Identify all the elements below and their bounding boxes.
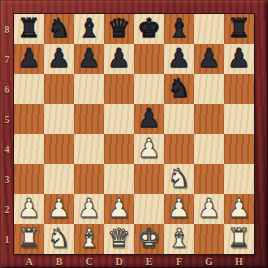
rank-label-4: 4 xyxy=(0,134,14,164)
square-b8[interactable]: ♞ xyxy=(44,14,74,44)
square-b2[interactable]: ♟ xyxy=(44,194,74,224)
square-d2[interactable]: ♟ xyxy=(104,194,134,224)
square-d5[interactable] xyxy=(104,104,134,134)
piece-white-bishop: ♝ xyxy=(167,225,190,251)
piece-white-pawn: ♟ xyxy=(197,195,220,221)
square-c3[interactable] xyxy=(74,164,104,194)
square-h4[interactable] xyxy=(224,134,254,164)
square-a6[interactable] xyxy=(14,74,44,104)
square-g1[interactable] xyxy=(194,224,224,254)
square-g2[interactable]: ♟ xyxy=(194,194,224,224)
square-d1[interactable]: ♛ xyxy=(104,224,134,254)
square-a7[interactable]: ♟ xyxy=(14,44,44,74)
square-f6[interactable]: ♞ xyxy=(164,74,194,104)
file-label-f: F xyxy=(164,254,194,268)
square-b4[interactable] xyxy=(44,134,74,164)
square-g8[interactable] xyxy=(194,14,224,44)
piece-black-pawn: ♟ xyxy=(107,45,130,71)
file-label-e: E xyxy=(134,254,164,268)
piece-white-knight: ♞ xyxy=(47,225,70,251)
file-labels: ABCDEFGH xyxy=(14,254,254,268)
square-g6[interactable] xyxy=(194,74,224,104)
file-label-d: D xyxy=(104,254,134,268)
square-c5[interactable] xyxy=(74,104,104,134)
piece-black-pawn: ♟ xyxy=(77,45,100,71)
square-a8[interactable]: ♜ xyxy=(14,14,44,44)
square-h7[interactable]: ♟ xyxy=(224,44,254,74)
rank-label-2: 2 xyxy=(0,194,14,224)
square-e4[interactable]: ♟ xyxy=(134,134,164,164)
piece-white-rook: ♜ xyxy=(17,225,40,251)
square-e5[interactable]: ♟ xyxy=(134,104,164,134)
piece-black-bishop: ♝ xyxy=(77,15,100,41)
piece-black-knight: ♞ xyxy=(167,75,190,101)
square-a2[interactable]: ♟ xyxy=(14,194,44,224)
square-e8[interactable]: ♚ xyxy=(134,14,164,44)
square-b1[interactable]: ♞ xyxy=(44,224,74,254)
square-e3[interactable] xyxy=(134,164,164,194)
square-d3[interactable] xyxy=(104,164,134,194)
square-a5[interactable] xyxy=(14,104,44,134)
square-b7[interactable]: ♟ xyxy=(44,44,74,74)
chess-board: ♜♞♝♛♚♝♜♟♟♟♟♟♟♟♞♟♟♞♟♟♟♟♟♟♟♜♞♝♛♚♝♜ xyxy=(14,14,254,254)
square-h8[interactable]: ♜ xyxy=(224,14,254,44)
piece-black-pawn: ♟ xyxy=(137,105,160,131)
piece-black-pawn: ♟ xyxy=(197,45,220,71)
piece-white-knight: ♞ xyxy=(167,165,190,191)
square-g5[interactable] xyxy=(194,104,224,134)
square-c6[interactable] xyxy=(74,74,104,104)
file-label-b: B xyxy=(44,254,74,268)
square-g4[interactable] xyxy=(194,134,224,164)
square-h2[interactable]: ♟ xyxy=(224,194,254,224)
square-d4[interactable] xyxy=(104,134,134,164)
square-h3[interactable] xyxy=(224,164,254,194)
rank-labels: 87654321 xyxy=(0,14,14,254)
piece-white-pawn: ♟ xyxy=(17,195,40,221)
piece-white-pawn: ♟ xyxy=(137,135,160,161)
piece-white-pawn: ♟ xyxy=(107,195,130,221)
square-b3[interactable] xyxy=(44,164,74,194)
piece-white-pawn: ♟ xyxy=(227,195,250,221)
square-g3[interactable] xyxy=(194,164,224,194)
square-a4[interactable] xyxy=(14,134,44,164)
piece-black-knight: ♞ xyxy=(47,15,70,41)
piece-white-bishop: ♝ xyxy=(77,225,100,251)
rank-label-5: 5 xyxy=(0,104,14,134)
square-e2[interactable] xyxy=(134,194,164,224)
square-c2[interactable]: ♟ xyxy=(74,194,104,224)
square-f5[interactable] xyxy=(164,104,194,134)
square-c7[interactable]: ♟ xyxy=(74,44,104,74)
square-g7[interactable]: ♟ xyxy=(194,44,224,74)
square-f1[interactable]: ♝ xyxy=(164,224,194,254)
rank-label-1: 1 xyxy=(0,224,14,254)
square-e7[interactable] xyxy=(134,44,164,74)
piece-black-pawn: ♟ xyxy=(47,45,70,71)
piece-white-pawn: ♟ xyxy=(77,195,100,221)
piece-white-queen: ♛ xyxy=(107,225,130,251)
rank-label-8: 8 xyxy=(0,14,14,44)
square-h1[interactable]: ♜ xyxy=(224,224,254,254)
square-f4[interactable] xyxy=(164,134,194,164)
rank-label-7: 7 xyxy=(0,44,14,74)
square-h5[interactable] xyxy=(224,104,254,134)
square-c4[interactable] xyxy=(74,134,104,164)
file-label-c: C xyxy=(74,254,104,268)
square-d7[interactable]: ♟ xyxy=(104,44,134,74)
square-h6[interactable] xyxy=(224,74,254,104)
square-a3[interactable] xyxy=(14,164,44,194)
piece-black-rook: ♜ xyxy=(227,15,250,41)
square-f3[interactable]: ♞ xyxy=(164,164,194,194)
piece-white-pawn: ♟ xyxy=(47,195,70,221)
piece-black-rook: ♜ xyxy=(17,15,40,41)
piece-black-pawn: ♟ xyxy=(167,45,190,71)
square-c8[interactable]: ♝ xyxy=(74,14,104,44)
square-f8[interactable]: ♝ xyxy=(164,14,194,44)
square-e6[interactable] xyxy=(134,74,164,104)
rank-label-6: 6 xyxy=(0,74,14,104)
square-d8[interactable]: ♛ xyxy=(104,14,134,44)
piece-black-queen: ♛ xyxy=(107,15,130,41)
file-label-a: A xyxy=(14,254,44,268)
square-e1[interactable]: ♚ xyxy=(134,224,164,254)
square-a1[interactable]: ♜ xyxy=(14,224,44,254)
piece-black-bishop: ♝ xyxy=(167,15,190,41)
piece-black-pawn: ♟ xyxy=(17,45,40,71)
rank-label-3: 3 xyxy=(0,164,14,194)
piece-white-king: ♚ xyxy=(137,225,160,251)
piece-black-king: ♚ xyxy=(137,15,160,41)
square-d6[interactable] xyxy=(104,74,134,104)
piece-white-pawn: ♟ xyxy=(167,195,190,221)
square-f2[interactable]: ♟ xyxy=(164,194,194,224)
square-b6[interactable] xyxy=(44,74,74,104)
chess-diagram: 87654321 ♜♞♝♛♚♝♜♟♟♟♟♟♟♟♞♟♟♞♟♟♟♟♟♟♟♜♞♝♛♚♝… xyxy=(0,0,268,268)
square-b5[interactable] xyxy=(44,104,74,134)
square-c1[interactable]: ♝ xyxy=(74,224,104,254)
file-label-h: H xyxy=(224,254,254,268)
piece-white-rook: ♜ xyxy=(227,225,250,251)
square-f7[interactable]: ♟ xyxy=(164,44,194,74)
piece-black-pawn: ♟ xyxy=(227,45,250,71)
file-label-g: G xyxy=(194,254,224,268)
